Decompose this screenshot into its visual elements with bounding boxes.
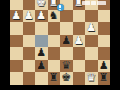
square-b5[interactable] (85, 47, 98, 60)
square-h7[interactable] (10, 72, 23, 85)
white-queen[interactable]: ♛ (85, 72, 98, 85)
square-d4[interactable]: ♟ (60, 35, 73, 48)
square-g1[interactable] (23, 0, 36, 10)
square-d7[interactable]: ♚ (60, 72, 73, 85)
square-e3[interactable] (48, 22, 61, 35)
square-c4[interactable]: ♟ (73, 35, 86, 48)
overlay-text-fragment (97, 1, 106, 5)
white-pawn[interactable]: ♟ (23, 10, 36, 23)
overlay-text-fragment (82, 1, 90, 5)
overlay-text-illegible (82, 1, 109, 6)
chess-board[interactable]: ♚♜♜♟♟♟♞♟♟♟♟♟♛♟♜♚♛♜ (10, 0, 110, 90)
square-g4[interactable] (23, 35, 36, 48)
square-h3[interactable] (10, 22, 23, 35)
square-d6[interactable]: ♛ (60, 60, 73, 73)
square-a3[interactable] (98, 22, 111, 35)
square-d2[interactable] (60, 10, 73, 23)
white-pawn[interactable]: ♟ (35, 10, 48, 23)
exclamation-dot (59, 9, 60, 10)
square-c6[interactable] (73, 60, 86, 73)
square-d5[interactable] (60, 47, 73, 60)
square-f1[interactable]: ♚ (35, 0, 48, 10)
square-a2[interactable] (98, 10, 111, 23)
bottom-letterbox-bar (0, 85, 120, 90)
square-c2[interactable] (73, 10, 86, 23)
square-a7[interactable]: ♜ (98, 72, 111, 85)
black-pawn[interactable]: ♟ (35, 60, 48, 73)
square-c7[interactable] (73, 72, 86, 85)
video-frame: ♚♜♜♟♟♟♞♟♟♟♟♟♛♟♜♚♛♜ (0, 0, 120, 90)
great-move-badge-icon (57, 4, 64, 11)
square-f7[interactable] (35, 72, 48, 85)
square-b6[interactable] (85, 60, 98, 73)
square-h2[interactable]: ♟ (10, 10, 23, 23)
square-b2[interactable] (85, 10, 98, 23)
square-c3[interactable] (73, 22, 86, 35)
square-e5[interactable] (48, 47, 61, 60)
square-e7[interactable]: ♜ (48, 72, 61, 85)
square-h4[interactable] (10, 35, 23, 48)
overlay-text-fragment (91, 1, 96, 5)
black-knight[interactable]: ♞ (48, 10, 61, 23)
black-king[interactable]: ♚ (60, 72, 73, 85)
square-g6[interactable] (23, 60, 36, 73)
square-g3[interactable] (23, 22, 36, 35)
square-g2[interactable]: ♟ (23, 10, 36, 23)
square-e2[interactable]: ♞ (48, 10, 61, 23)
black-queen[interactable]: ♛ (60, 60, 73, 73)
square-c5[interactable] (73, 47, 86, 60)
square-a4[interactable] (98, 35, 111, 48)
black-rook[interactable]: ♜ (98, 72, 111, 85)
black-pawn[interactable]: ♟ (60, 35, 73, 48)
white-pawn[interactable]: ♟ (10, 10, 23, 23)
black-pawn[interactable]: ♟ (35, 47, 48, 60)
white-pawn[interactable]: ♟ (73, 35, 86, 48)
square-h1[interactable] (10, 0, 23, 10)
square-e4[interactable] (48, 35, 61, 48)
square-g5[interactable] (23, 47, 36, 60)
square-h6[interactable] (10, 60, 23, 73)
square-a5[interactable] (98, 47, 111, 60)
square-b3[interactable]: ♟ (85, 22, 98, 35)
white-pawn[interactable]: ♟ (85, 22, 98, 35)
square-f6[interactable]: ♟ (35, 60, 48, 73)
square-h5[interactable] (10, 47, 23, 60)
square-b4[interactable] (85, 35, 98, 48)
exclamation-mark (59, 5, 60, 8)
square-b7[interactable]: ♛ (85, 72, 98, 85)
square-a6[interactable]: ♟ (98, 60, 111, 73)
square-g7[interactable] (23, 72, 36, 85)
black-rook[interactable]: ♜ (48, 72, 61, 85)
square-f4[interactable] (35, 35, 48, 48)
black-pawn[interactable]: ♟ (98, 60, 111, 73)
square-d3[interactable] (60, 22, 73, 35)
square-f3[interactable] (35, 22, 48, 35)
square-f5[interactable]: ♟ (35, 47, 48, 60)
white-king[interactable]: ♚ (35, 0, 48, 10)
square-f2[interactable]: ♟ (35, 10, 48, 23)
square-e6[interactable] (48, 60, 61, 73)
